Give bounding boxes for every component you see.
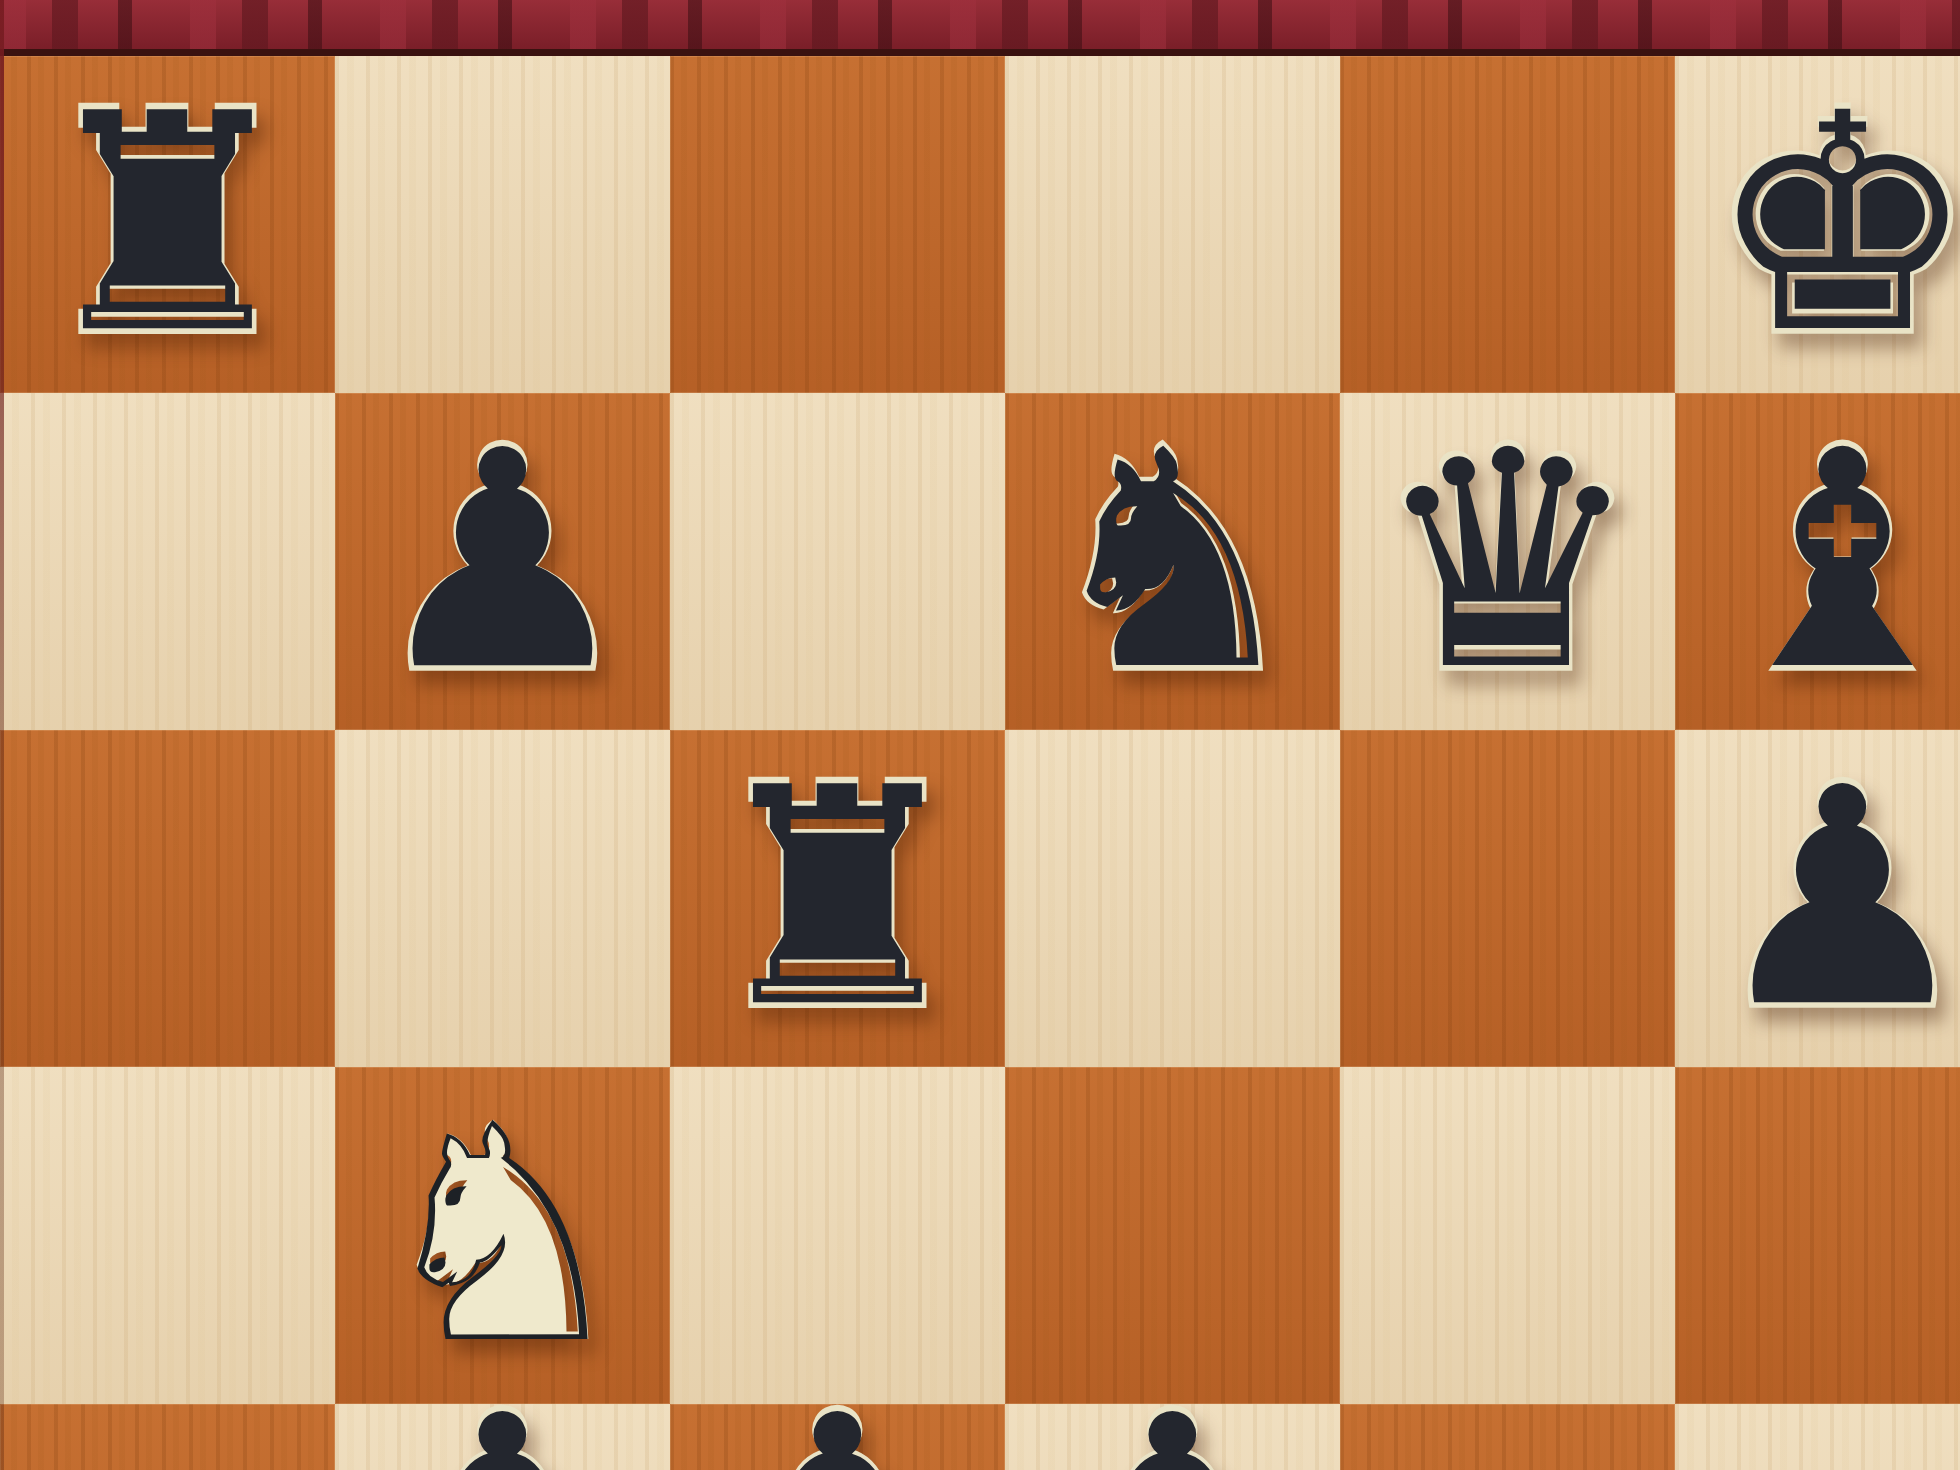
square-c8[interactable] (670, 56, 1005, 393)
square-e6[interactable] (1340, 730, 1675, 1067)
board-frame-top (0, 0, 1960, 56)
square-e4[interactable] (1340, 1404, 1675, 1470)
black-pawn-b7[interactable]: ♟♟ (335, 393, 670, 730)
black-knight-d7[interactable]: ♞♞ (1005, 393, 1340, 730)
square-f4[interactable] (1675, 1404, 1960, 1470)
square-c5[interactable] (670, 1067, 1005, 1404)
board-viewport: ♜♜♚♚♟♟♞♞♛♛♝♝♜♜♟♟♞♘♟♟♟♟♟♟ (0, 56, 1960, 1470)
square-c7[interactable] (670, 393, 1005, 730)
black-pawn-d4[interactable]: ♟♟ (1005, 1358, 1340, 1470)
square-d6[interactable] (1005, 730, 1340, 1067)
square-a8[interactable]: ♜♜ (0, 56, 335, 393)
white-knight-b5[interactable]: ♞♘ (335, 1067, 670, 1404)
board-frame-left-edge (0, 0, 4, 1470)
black-rook-a8[interactable]: ♜♜ (0, 56, 335, 393)
square-e7[interactable]: ♛♛ (1340, 393, 1675, 730)
chess-app-screenshot: ♜♜♚♚♟♟♞♞♛♛♝♝♜♜♟♟♞♘♟♟♟♟♟♟ (0, 0, 1960, 1470)
black-bishop-f7[interactable]: ♝♝ (1675, 393, 1960, 730)
square-a4[interactable] (0, 1404, 335, 1470)
square-d7[interactable]: ♞♞ (1005, 393, 1340, 730)
black-queen-e7[interactable]: ♛♛ (1340, 393, 1675, 730)
square-b8[interactable] (335, 56, 670, 393)
square-b5[interactable]: ♞♘ (335, 1067, 670, 1404)
square-d4[interactable]: ♟♟ (1005, 1404, 1340, 1470)
black-pawn-b4[interactable]: ♟♟ (335, 1358, 670, 1470)
square-a7[interactable] (0, 393, 335, 730)
black-king-f8[interactable]: ♚♚ (1675, 56, 1960, 393)
black-pawn-f6[interactable]: ♟♟ (1675, 730, 1960, 1067)
square-a6[interactable] (0, 730, 335, 1067)
square-f7[interactable]: ♝♝ (1675, 393, 1960, 730)
square-d5[interactable] (1005, 1067, 1340, 1404)
square-f6[interactable]: ♟♟ (1675, 730, 1960, 1067)
square-c4[interactable]: ♟♟ (670, 1404, 1005, 1470)
black-rook-c6[interactable]: ♜♜ (670, 730, 1005, 1067)
square-e5[interactable] (1340, 1067, 1675, 1404)
square-c6[interactable]: ♜♜ (670, 730, 1005, 1067)
square-f8[interactable]: ♚♚ (1675, 56, 1960, 393)
square-d8[interactable] (1005, 56, 1340, 393)
black-pawn-c4[interactable]: ♟♟ (670, 1358, 1005, 1470)
chess-board: ♜♜♚♚♟♟♞♞♛♛♝♝♜♜♟♟♞♘♟♟♟♟♟♟ (0, 56, 1960, 1470)
square-e8[interactable] (1340, 56, 1675, 393)
square-f5[interactable] (1675, 1067, 1960, 1404)
square-b4[interactable]: ♟♟ (335, 1404, 670, 1470)
square-b6[interactable] (335, 730, 670, 1067)
square-a5[interactable] (0, 1067, 335, 1404)
square-b7[interactable]: ♟♟ (335, 393, 670, 730)
